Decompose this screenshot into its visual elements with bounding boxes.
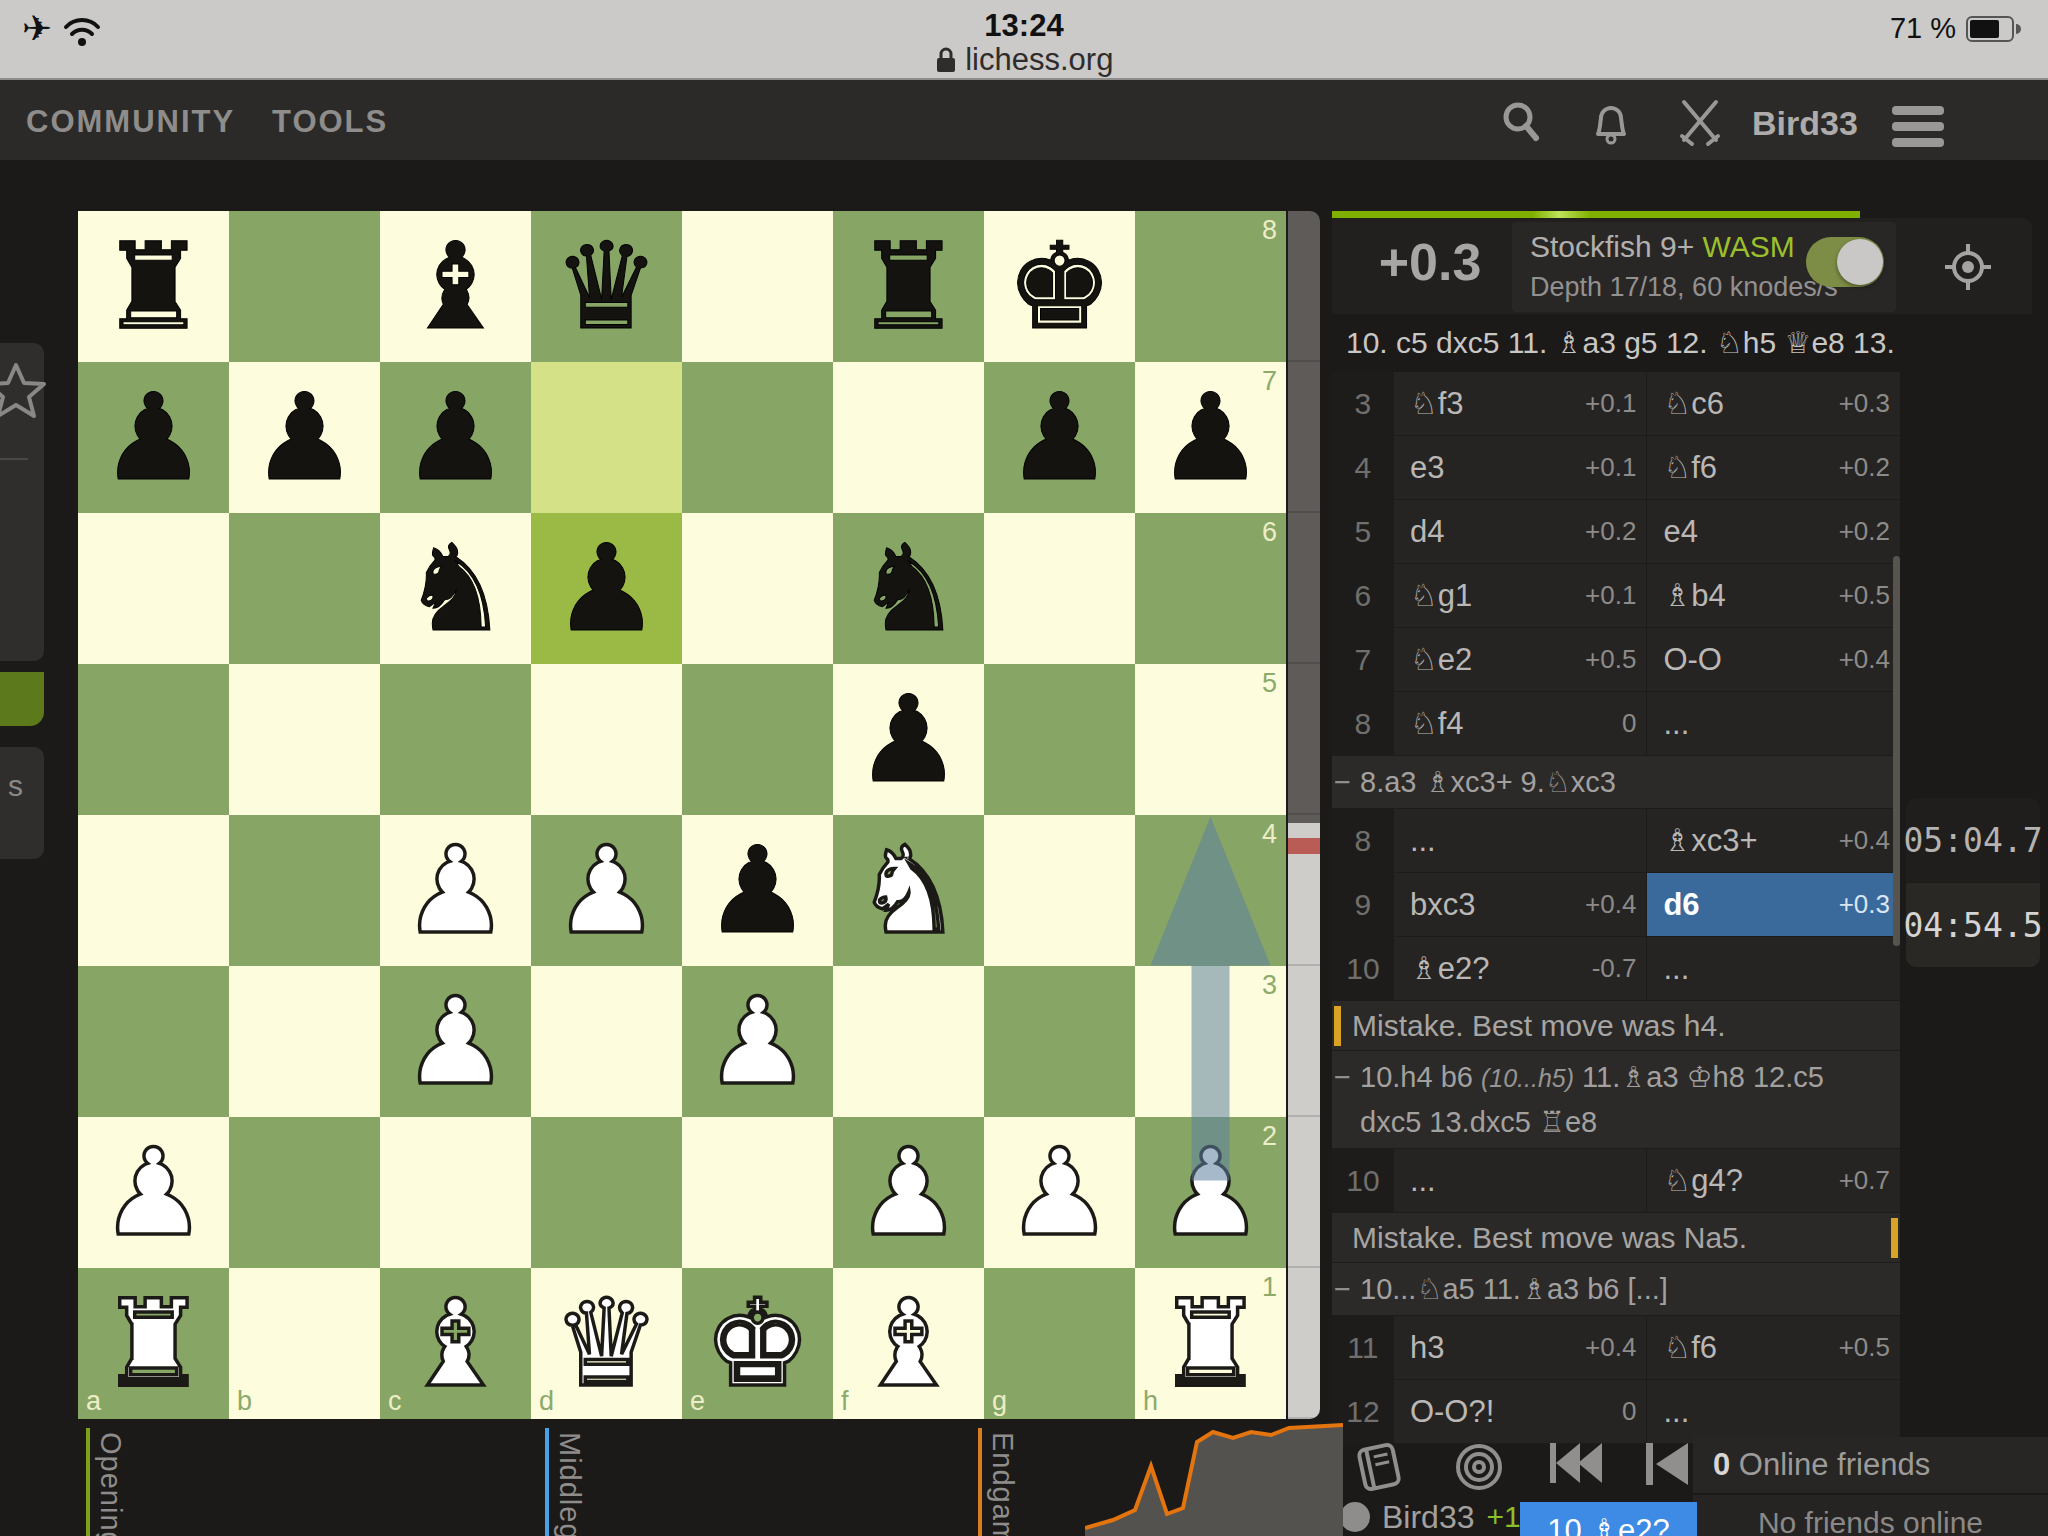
move-row: 4e3+0.1♘f6+0.2 (1332, 436, 1900, 500)
online-friends-header[interactable]: 0 Online friends (1693, 1437, 2048, 1495)
avatar (1340, 1502, 1370, 1532)
move-cell-white[interactable]: h3+0.4 (1394, 1316, 1647, 1379)
move-cell-white[interactable]: ♗e2?-0.7 (1394, 937, 1647, 1000)
square-a3[interactable] (78, 966, 229, 1117)
black-rook[interactable]: ♜ (833, 211, 984, 362)
move-row: 3♘f3+0.1♘c6+0.3 (1332, 372, 1900, 436)
move-number: 10 (1332, 937, 1394, 1000)
square-e3[interactable]: ♟ (682, 966, 833, 1117)
square-g6[interactable] (984, 513, 1135, 664)
file-label-e: e (690, 1386, 705, 1417)
square-b8[interactable] (229, 211, 380, 362)
move-row: 12O-O?!0... (1332, 1380, 1900, 1444)
square-g3[interactable] (984, 966, 1135, 1117)
engine-pv-line[interactable]: 10. c5 dxc5 11. ♗a3 g5 12. ♘h5 ♕e8 13. .… (1332, 314, 1900, 372)
mistake-comment: Mistake. Best move was h4. (1332, 1001, 1900, 1051)
file-label-f: f (841, 1386, 849, 1417)
square-a1[interactable]: ♜a (78, 1268, 229, 1419)
move-cell-black[interactable]: ... (1646, 1380, 1900, 1443)
engine-progress-bar (1332, 211, 1860, 218)
square-e2[interactable] (682, 1117, 833, 1268)
judgment-bar (1891, 1218, 1898, 1258)
move-row: 5d4+0.2e4+0.2 (1332, 500, 1900, 564)
move-row: 6♘g1+0.1♗b4+0.5 (1332, 564, 1900, 628)
crosshair-icon (1943, 242, 1993, 292)
white-pawn[interactable]: ♟ (682, 966, 833, 1117)
lock-icon (935, 46, 957, 74)
black-knight[interactable]: ♞ (380, 513, 531, 664)
sidebar-sliver-top (0, 343, 44, 661)
black-pawn[interactable]: ♟ (833, 664, 984, 815)
move-cell-white[interactable]: bxc3+0.4 (1394, 873, 1647, 936)
battery-icon (1966, 16, 2022, 42)
black-queen[interactable]: ♛ (531, 211, 682, 362)
rank-label-5: 5 (1262, 668, 1277, 699)
file-label-b: b (237, 1386, 252, 1417)
square-g8[interactable]: ♚ (984, 211, 1135, 362)
rank-label-8: 8 (1262, 215, 1277, 246)
move-cell-black[interactable]: ♘g4?+0.7 (1646, 1149, 1900, 1212)
black-pawn[interactable]: ♟ (682, 815, 833, 966)
book-icon[interactable] (1352, 1441, 1406, 1493)
sidebar-active-item-sliver[interactable] (0, 672, 44, 726)
file-label-c: c (388, 1386, 402, 1417)
square-g4[interactable] (984, 815, 1135, 966)
square-a2[interactable]: ♟ (78, 1117, 229, 1268)
square-a8[interactable]: ♜ (78, 211, 229, 362)
square-e6[interactable] (682, 513, 833, 664)
square-b7[interactable]: ♟ (229, 362, 380, 513)
white-pawn[interactable]: ♟ (833, 1117, 984, 1268)
white-pawn[interactable]: ♟ (78, 1117, 229, 1268)
eval-gauge-ticks (1288, 211, 1320, 1419)
rank-label-4: 4 (1262, 819, 1277, 850)
move-list: 3♘f3+0.1♘c6+0.34e3+0.1♘f6+0.25d4+0.2e4+0… (1332, 372, 1900, 1444)
top-nav: COMMUNITY TOOLS Bird33 (0, 80, 2048, 160)
square-f7[interactable] (833, 362, 984, 513)
square-d3[interactable] (531, 966, 682, 1117)
square-c4[interactable]: ♟ (380, 815, 531, 966)
square-b1[interactable]: b (229, 1268, 380, 1419)
rank-label-1: 1 (1262, 1272, 1277, 1303)
move-row: 10...♘g4?+0.7 (1332, 1149, 1900, 1213)
move-cell-white[interactable]: ♘e2+0.5 (1394, 628, 1647, 691)
rank-label-3: 3 (1262, 970, 1277, 1001)
move-cell-black[interactable]: e4+0.2 (1646, 500, 1900, 563)
rating-delta: +1 (1487, 1500, 1521, 1534)
bell-icon[interactable] (1588, 98, 1634, 146)
square-d2[interactable] (531, 1117, 682, 1268)
move-cell-black[interactable]: O-O+0.4 (1646, 628, 1900, 691)
black-rook[interactable]: ♜ (78, 211, 229, 362)
rank-label-6: 6 (1262, 517, 1277, 548)
rank-label-2: 2 (1262, 1121, 1277, 1152)
move-cell-black[interactable]: ♘f6+0.5 (1646, 1316, 1900, 1379)
black-pawn[interactable]: ♟ (380, 362, 531, 513)
move-number: 5 (1332, 500, 1394, 563)
engine-name: Stockfish 9+ WASM (1530, 230, 1795, 264)
square-h2[interactable]: ♟2 (1135, 1117, 1286, 1268)
white-bishop[interactable]: ♝ (380, 1268, 531, 1419)
nav-tools[interactable]: TOOLS (272, 104, 388, 140)
move-list-scrollbar[interactable] (1893, 556, 1900, 946)
square-d7[interactable] (531, 362, 682, 513)
square-e4[interactable]: ♟ (682, 815, 833, 966)
move-number: 9 (1332, 873, 1394, 936)
phase-bar-middlegame[interactable] (545, 1428, 549, 1536)
phase-bar-endgame[interactable] (978, 1428, 982, 1536)
player-name[interactable]: Bird33 (1382, 1499, 1475, 1536)
square-b2[interactable] (229, 1117, 380, 1268)
star-icon[interactable] (0, 361, 46, 419)
sidebar-divider (0, 458, 28, 460)
rank-label-7: 7 (1262, 366, 1277, 397)
engine-depth: Depth 17/18, 60 knodes/s (1530, 272, 1838, 303)
square-e7[interactable] (682, 362, 833, 513)
clock-white: 04:54.5 (1906, 883, 2040, 967)
white-bishop[interactable]: ♝ (833, 1268, 984, 1419)
black-pawn[interactable]: ♟ (531, 513, 682, 664)
white-pawn[interactable]: ♟ (380, 966, 531, 1117)
square-f2[interactable]: ♟ (833, 1117, 984, 1268)
collapse-variation-icon[interactable]: − (1334, 760, 1351, 804)
square-h4[interactable]: 4 (1135, 815, 1286, 966)
no-friends-text: No friends online (1693, 1495, 2048, 1536)
move-row: 11h3+0.4♘f6+0.5 (1332, 1316, 1900, 1380)
move-cell-white[interactable]: ♘f40 (1394, 692, 1647, 755)
square-g2[interactable]: ♟ (984, 1117, 1135, 1268)
ios-status-bar: ✈ 13:24 lichess.org 71 % (0, 0, 2048, 80)
square-e5[interactable] (682, 664, 833, 815)
move-number: 6 (1332, 564, 1394, 627)
online-friends-box: 0 Online friends No friends online (1693, 1437, 2048, 1536)
advantage-chart[interactable] (1085, 1420, 1343, 1536)
toggle-knob (1837, 239, 1883, 285)
move-cell-black[interactable]: ♘f6+0.2 (1646, 436, 1900, 499)
square-h6[interactable]: 6 (1135, 513, 1286, 664)
square-a4[interactable] (78, 815, 229, 966)
square-e1[interactable]: ♚e (682, 1268, 833, 1419)
black-king[interactable]: ♚ (984, 211, 1135, 362)
collapse-variation-icon[interactable]: − (1334, 1055, 1351, 1099)
eval-gauge (1288, 211, 1320, 1419)
move-row: 7♘e2+0.5O-O+0.4 (1332, 628, 1900, 692)
chess-board[interactable]: ♜♝♛♜♚8♟♟♟♟♟7♞♟♞6♟5♟♟♟♞4♟♟3♟♟♟♟2♜ab♝c♛d♚e… (78, 211, 1286, 1419)
move-cell-white[interactable]: d4+0.2 (1394, 500, 1647, 563)
variation-line[interactable]: −8.a3 ♗xc3+ 9.♘xc3 (1332, 756, 1900, 809)
square-d5[interactable] (531, 664, 682, 815)
focus-button[interactable] (1903, 218, 2032, 314)
sidebar-letter: s (8, 769, 23, 803)
square-f3[interactable] (833, 966, 984, 1117)
nav-community[interactable]: COMMUNITY (26, 104, 235, 140)
move-cell-black[interactable]: ♘c6+0.3 (1646, 372, 1900, 435)
square-c3[interactable]: ♟ (380, 966, 531, 1117)
search-icon[interactable] (1498, 98, 1544, 144)
black-pawn[interactable]: ♟ (78, 362, 229, 513)
black-bishop[interactable]: ♝ (380, 211, 531, 362)
square-c2[interactable] (380, 1117, 531, 1268)
square-h5[interactable]: 5 (1135, 664, 1286, 815)
phase-label-opening[interactable]: Opening (94, 1432, 127, 1536)
move-number: 10 (1332, 1149, 1394, 1212)
hamburger-icon[interactable] (1892, 106, 1944, 147)
status-icons-right: 71 % (1890, 12, 2022, 45)
phase-bar-opening[interactable] (86, 1428, 90, 1536)
square-b6[interactable] (229, 513, 380, 664)
move-cell-black[interactable]: d6+0.3 (1646, 873, 1900, 936)
engine-eval-value: +0.3 (1355, 232, 1505, 292)
move-row: 10♗e2?-0.7... (1332, 937, 1900, 1001)
square-f5[interactable]: ♟ (833, 664, 984, 815)
square-g1[interactable]: g (984, 1268, 1135, 1419)
sidebar-sliver-bottom: s (0, 747, 44, 859)
url-bar[interactable]: lichess.org (0, 42, 2048, 78)
mistake-move-chip[interactable]: 10.♗e2? (1520, 1502, 1697, 1536)
square-c8[interactable]: ♝ (380, 211, 531, 362)
square-d4[interactable]: ♟ (531, 815, 682, 966)
square-f8[interactable]: ♜ (833, 211, 984, 362)
battery-percent: 71 % (1890, 12, 1956, 45)
move-number: 7 (1332, 628, 1394, 691)
move-cell-white[interactable]: e3+0.1 (1394, 436, 1647, 499)
black-pawn[interactable]: ♟ (229, 362, 380, 513)
square-h8[interactable]: 8 (1135, 211, 1286, 362)
square-h1[interactable]: ♜h1 (1135, 1268, 1286, 1419)
square-f6[interactable]: ♞ (833, 513, 984, 664)
variation-line[interactable]: −10.h4 b6 (10...h5) 11.♗a3 ♔h8 12.c5 dxc… (1332, 1051, 1900, 1149)
square-b5[interactable] (229, 664, 380, 815)
black-knight[interactable]: ♞ (833, 513, 984, 664)
move-cell-white[interactable]: ♘f3+0.1 (1394, 372, 1647, 435)
file-label-h: h (1143, 1386, 1158, 1417)
target-icon[interactable] (1452, 1441, 1506, 1493)
move-row: 8♘f40... (1332, 692, 1900, 756)
square-c1[interactable]: ♝c (380, 1268, 531, 1419)
move-number: 4 (1332, 436, 1394, 499)
move-cell-black[interactable]: ... (1646, 692, 1900, 755)
square-b3[interactable] (229, 966, 380, 1117)
move-number: 11 (1332, 1316, 1394, 1379)
move-cell-white[interactable]: O-O?!0 (1394, 1380, 1647, 1443)
skip-to-start-icon[interactable] (1548, 1441, 1604, 1485)
file-label-a: a (86, 1386, 101, 1417)
move-number: 8 (1332, 692, 1394, 755)
white-knight[interactable]: ♞ (833, 815, 984, 966)
square-c7[interactable]: ♟ (380, 362, 531, 513)
square-g5[interactable] (984, 664, 1135, 815)
square-h3[interactable]: 3 (1135, 966, 1286, 1117)
engine-toggle[interactable] (1806, 237, 1884, 287)
square-f4[interactable]: ♞ (833, 815, 984, 966)
move-cell-black[interactable]: ... (1646, 937, 1900, 1000)
square-d1[interactable]: ♛d (531, 1268, 682, 1419)
clock-black: 05:04.7 (1906, 798, 2040, 882)
judgment-bar (1334, 1006, 1341, 1046)
square-a6[interactable] (78, 513, 229, 664)
engine-tech: WASM (1703, 230, 1795, 263)
move-row: 8...♗xc3++0.4 (1332, 809, 1900, 873)
white-pawn[interactable]: ♟ (380, 815, 531, 966)
move-number: 8 (1332, 809, 1394, 872)
status-time: 13:24 (0, 8, 2048, 44)
move-cell-white[interactable]: ... (1394, 809, 1647, 872)
square-g7[interactable]: ♟ (984, 362, 1135, 513)
square-a7[interactable]: ♟ (78, 362, 229, 513)
move-cell-black[interactable]: ♗b4+0.5 (1646, 564, 1900, 627)
square-a5[interactable] (78, 664, 229, 815)
move-number: 3 (1332, 372, 1394, 435)
square-d6[interactable]: ♟ (531, 513, 682, 664)
file-label-d: d (539, 1386, 554, 1417)
square-b4[interactable] (229, 815, 380, 966)
square-h7[interactable]: ♟7 (1135, 362, 1286, 513)
move-row: 9bxc3+0.4d6+0.3 (1332, 873, 1900, 937)
square-c5[interactable] (380, 664, 531, 815)
phase-label-endgame[interactable]: Endgame (986, 1432, 1019, 1536)
move-cell-white[interactable]: ... (1394, 1149, 1647, 1212)
variation-line[interactable]: −10...♘a5 11.♗a3 b6 [...] (1332, 1263, 1900, 1316)
lichess-analysis-page: ✈ 13:24 lichess.org 71 % COMMUN (0, 0, 2048, 1536)
square-f1[interactable]: ♝f (833, 1268, 984, 1419)
black-pawn[interactable]: ♟ (984, 362, 1135, 513)
white-pawn[interactable]: ♟ (984, 1117, 1135, 1268)
move-cell-white[interactable]: ♘g1+0.1 (1394, 564, 1647, 627)
move-cell-black[interactable]: ♗xc3++0.4 (1646, 809, 1900, 872)
square-d8[interactable]: ♛ (531, 211, 682, 362)
square-e8[interactable] (682, 211, 833, 362)
phase-label-middlegame[interactable]: Middlegame (553, 1432, 586, 1536)
collapse-variation-icon[interactable]: − (1334, 1267, 1351, 1311)
file-label-g: g (992, 1386, 1007, 1417)
step-back-icon[interactable] (1644, 1441, 1692, 1487)
white-pawn[interactable]: ♟ (531, 815, 682, 966)
square-c6[interactable]: ♞ (380, 513, 531, 664)
mistake-comment: Mistake. Best move was Na5. (1332, 1213, 1900, 1263)
crossed-swords-icon[interactable] (1676, 98, 1724, 148)
nav-username[interactable]: Bird33 (1752, 104, 1858, 143)
